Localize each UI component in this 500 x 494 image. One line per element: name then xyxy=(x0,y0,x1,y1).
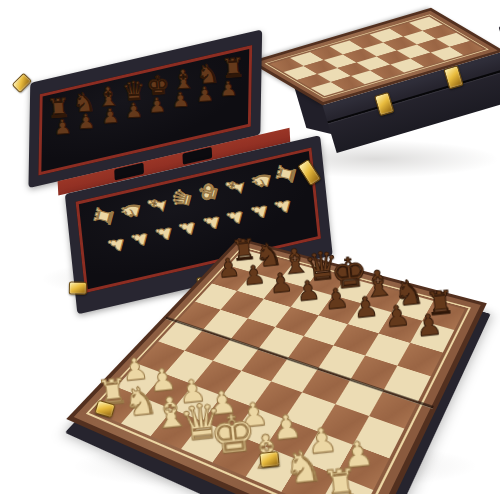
stored-piece-p: ♟ xyxy=(100,105,119,126)
square-h5 xyxy=(383,365,430,401)
brass-clasp-icon xyxy=(12,73,33,94)
stored-piece-p: ♟ xyxy=(124,100,143,121)
brass-clasp-icon xyxy=(374,92,394,116)
lid-tray: ♜♞♝♛♚♝♞♜♟♟♟♟♟♟♟♟ xyxy=(42,49,249,142)
main-chessboard-stage: ♜♞♝♛♚♝♞♜♟♟♟♟♟♟♟♟♟♟♟♟♟♟♟♟♜♞♝♛♚♝♞♜ xyxy=(0,186,500,494)
stored-piece-p: ♟ xyxy=(76,111,95,132)
stored-piece-p: ♟ xyxy=(147,94,166,115)
stored-piece-p: ♟ xyxy=(171,89,190,110)
stored-piece-p: ♟ xyxy=(53,116,72,137)
stored-piece-p: ♟ xyxy=(218,78,237,99)
square-h1: ♜ xyxy=(318,475,374,494)
square-h4 xyxy=(369,390,418,429)
stored-piece-R: ♜ xyxy=(273,161,301,187)
square-e5 xyxy=(288,336,334,368)
dark-piece-glyph: ♟ xyxy=(393,308,465,344)
stored-piece-p: ♟ xyxy=(195,84,214,105)
brass-clasp-icon xyxy=(259,451,279,468)
product-photo-scene: ♜♞♝♛♚♝♞♜♟♟♟♟♟♟♟♟ ♜♞♝♛♚♝♞♜♟♟♟♟♟♟♟♟ ♜♞♝♛♚♝… xyxy=(0,0,500,494)
